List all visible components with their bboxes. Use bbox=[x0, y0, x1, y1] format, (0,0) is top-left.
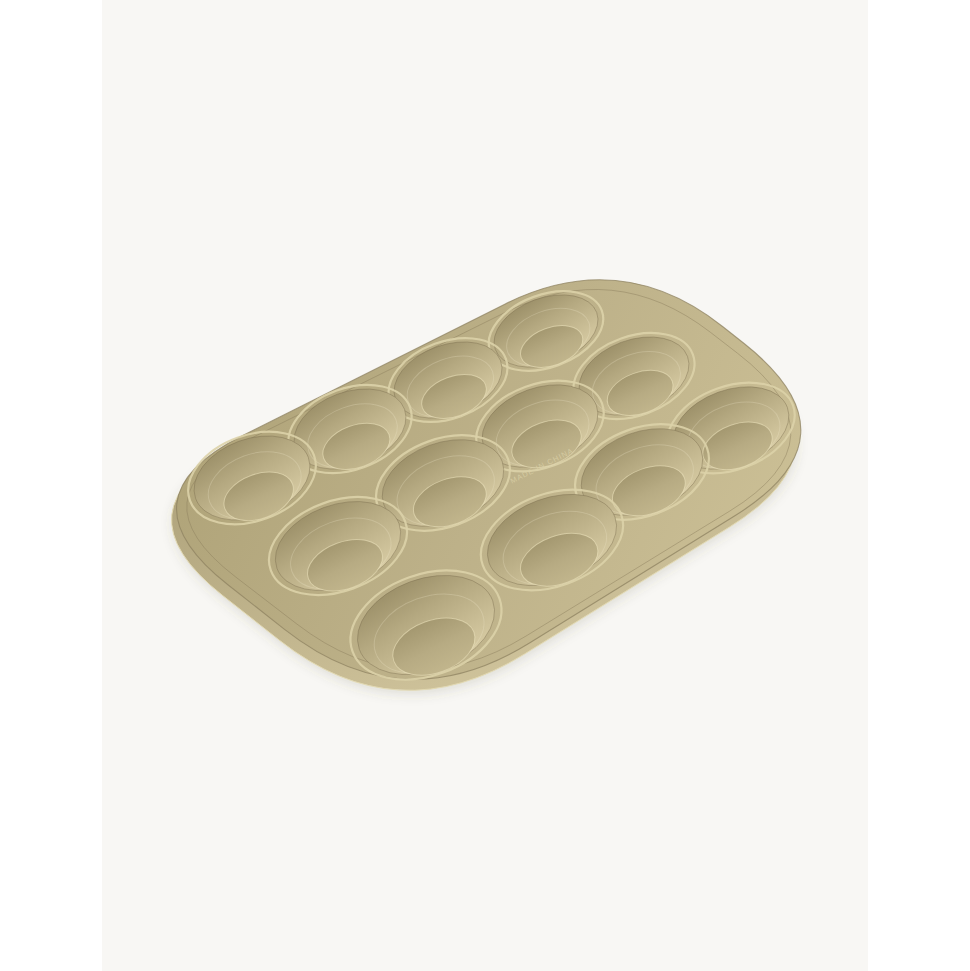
muffin-pan-scene: MADE IN CHINA bbox=[0, 0, 970, 971]
product-photo[interactable]: MADE IN CHINA bbox=[0, 0, 970, 971]
